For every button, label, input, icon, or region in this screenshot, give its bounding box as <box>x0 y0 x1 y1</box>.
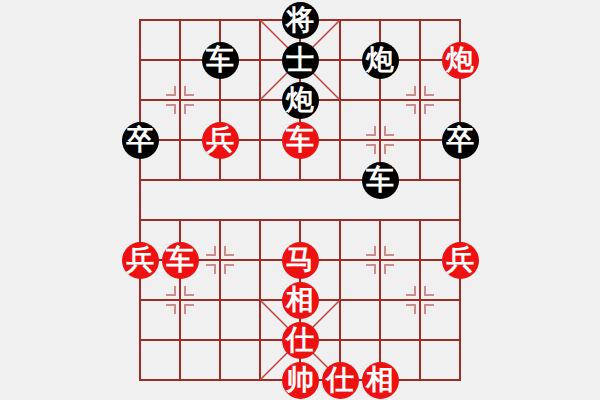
piece-black-cannon[interactable]: 炮 <box>362 42 399 79</box>
piece-red-soldier[interactable]: 兵 <box>122 242 159 279</box>
piece-black-advisor[interactable]: 士 <box>282 42 319 79</box>
piece-red-soldier[interactable]: 兵 <box>442 242 479 279</box>
piece-red-chariot[interactable]: 车 <box>162 242 199 279</box>
piece-black-general[interactable]: 将 <box>282 2 319 39</box>
piece-black-soldier[interactable]: 卒 <box>442 122 479 159</box>
piece-red-soldier[interactable]: 兵 <box>202 122 239 159</box>
xiangqi-board[interactable]: 将车士炮炮炮卒兵车卒车兵车马兵相仕帅仕相 <box>0 0 600 400</box>
piece-red-elephant[interactable]: 相 <box>362 362 399 399</box>
piece-red-elephant[interactable]: 相 <box>282 282 319 319</box>
piece-red-chariot[interactable]: 车 <box>282 122 319 159</box>
piece-black-chariot[interactable]: 车 <box>202 42 239 79</box>
piece-red-advisor[interactable]: 仕 <box>322 362 359 399</box>
piece-red-cannon[interactable]: 炮 <box>442 42 479 79</box>
piece-black-cannon[interactable]: 炮 <box>282 82 319 119</box>
piece-black-soldier[interactable]: 卒 <box>122 122 159 159</box>
piece-red-general[interactable]: 帅 <box>282 362 319 399</box>
piece-red-horse[interactable]: 马 <box>282 242 319 279</box>
piece-red-advisor[interactable]: 仕 <box>282 322 319 359</box>
piece-black-chariot[interactable]: 车 <box>362 162 399 199</box>
piece-layer: 将车士炮炮炮卒兵车卒车兵车马兵相仕帅仕相 <box>0 0 600 400</box>
